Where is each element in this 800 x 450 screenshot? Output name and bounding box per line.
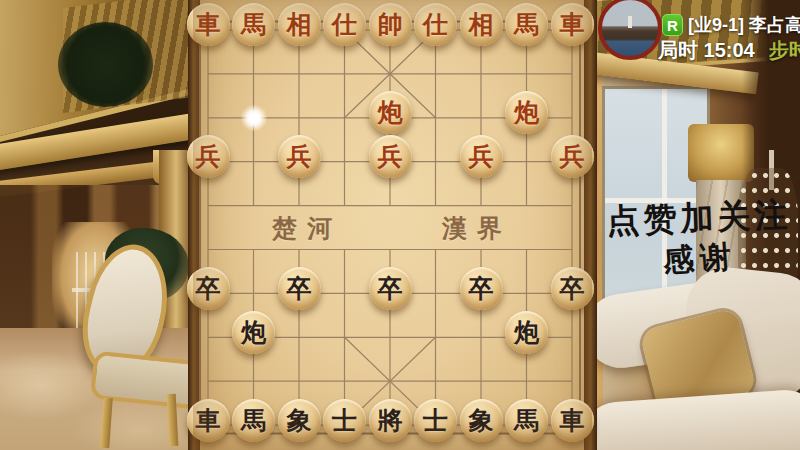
piece-glyph: 象 (469, 408, 494, 433)
screen: 楚河 漢界 車馬相仕帥仕相馬車炮炮兵兵兵兵兵卒卒卒卒卒炮炮車馬象士將士象馬車 R… (0, 0, 800, 450)
piece-glyph: 卒 (560, 276, 585, 301)
piece-glyph: 馬 (241, 408, 266, 433)
piece-glyph: 炮 (514, 100, 539, 125)
thanks-text: 感谢 (639, 234, 762, 284)
piece-glyph: 車 (560, 408, 585, 433)
piece-炮-red[interactable]: 炮 (505, 91, 548, 134)
piece-炮-black[interactable]: 炮 (505, 311, 548, 354)
piece-士-black[interactable]: 士 (323, 399, 366, 442)
piece-炮-black[interactable]: 炮 (232, 311, 275, 354)
background-left-palace (0, 0, 193, 450)
piece-glyph: 馬 (514, 408, 539, 433)
last-move-origin-marker (241, 105, 267, 131)
piece-卒-black[interactable]: 卒 (369, 267, 412, 310)
piece-兵-red[interactable]: 兵 (278, 135, 321, 178)
piece-glyph: 兵 (469, 144, 494, 169)
piece-glyph: 將 (378, 408, 403, 433)
piece-仕-red[interactable]: 仕 (323, 3, 366, 46)
move-time-label: 步时 (769, 39, 800, 61)
piece-帥-red[interactable]: 帥 (369, 3, 412, 46)
rank-tag: [业9-1] (688, 15, 744, 35)
piece-glyph: 炮 (241, 320, 266, 345)
piece-兵-red[interactable]: 兵 (460, 135, 503, 178)
piece-象-black[interactable]: 象 (278, 399, 321, 442)
piece-glyph: 馬 (514, 12, 539, 37)
piece-glyph: 卒 (287, 276, 312, 301)
piece-將-black[interactable]: 將 (369, 399, 412, 442)
piece-glyph: 炮 (514, 320, 539, 345)
piece-卒-black[interactable]: 卒 (278, 267, 321, 310)
piece-象-black[interactable]: 象 (460, 399, 503, 442)
timer-line: 局时 15:04步时 (658, 37, 800, 64)
game-time-label: 局时 (658, 39, 698, 61)
piece-仕-red[interactable]: 仕 (414, 3, 457, 46)
piece-glyph: 士 (423, 408, 448, 433)
piece-glyph: 車 (196, 408, 221, 433)
piece-相-red[interactable]: 相 (278, 3, 321, 46)
piece-glyph: 相 (287, 12, 312, 37)
piece-兵-red[interactable]: 兵 (369, 135, 412, 178)
piece-glyph: 卒 (196, 276, 221, 301)
piece-車-black[interactable]: 車 (551, 399, 594, 442)
avatar-lighthouse (628, 16, 632, 28)
piece-glyph: 馬 (241, 12, 266, 37)
piece-車-black[interactable]: 車 (187, 399, 230, 442)
piece-馬-black[interactable]: 馬 (232, 399, 275, 442)
piece-glyph: 兵 (378, 144, 403, 169)
piece-卒-black[interactable]: 卒 (551, 267, 594, 310)
piece-glyph: 帥 (378, 12, 403, 37)
piece-glyph: 車 (196, 12, 221, 37)
piece-glyph: 兵 (196, 144, 221, 169)
piece-士-black[interactable]: 士 (414, 399, 457, 442)
ceiling-plant (58, 22, 153, 107)
piece-glyph: 兵 (560, 144, 585, 169)
like-follow-text: 点赞加关注 (597, 192, 800, 244)
piece-馬-red[interactable]: 馬 (505, 3, 548, 46)
player-name: 李占高 (749, 15, 800, 35)
piece-車-red[interactable]: 車 (551, 3, 594, 46)
piece-馬-red[interactable]: 馬 (232, 3, 275, 46)
piece-grid: 車馬相仕帥仕相馬車炮炮兵兵兵兵兵卒卒卒卒卒炮炮車馬象士將士象馬車 (185, 8, 595, 447)
piece-glyph: 仕 (332, 12, 357, 37)
piece-glyph: 卒 (378, 276, 403, 301)
piece-馬-black[interactable]: 馬 (505, 399, 548, 442)
piece-卒-black[interactable]: 卒 (187, 267, 230, 310)
piece-glyph: 卒 (469, 276, 494, 301)
piece-炮-red[interactable]: 炮 (369, 91, 412, 134)
piece-車-red[interactable]: 車 (187, 3, 230, 46)
piece-glyph: 象 (287, 408, 312, 433)
piece-glyph: 兵 (287, 144, 312, 169)
piece-兵-red[interactable]: 兵 (187, 135, 230, 178)
rank-badge[interactable]: R (662, 14, 683, 36)
piece-glyph: 仕 (423, 12, 448, 37)
piece-卒-black[interactable]: 卒 (460, 267, 503, 310)
piece-glyph: 車 (560, 12, 585, 37)
game-time-value: 15:04 (704, 39, 755, 61)
piece-glyph: 士 (332, 408, 357, 433)
xiangqi-board[interactable]: 楚河 漢界 車馬相仕帥仕相馬車炮炮兵兵兵兵兵卒卒卒卒卒炮炮車馬象士將士象馬車 (193, 0, 592, 450)
player-name-line: [业9-1] 李占高 (688, 13, 800, 37)
piece-glyph: 相 (469, 12, 494, 37)
piece-兵-red[interactable]: 兵 (551, 135, 594, 178)
piece-glyph: 炮 (378, 100, 403, 125)
piece-相-red[interactable]: 相 (460, 3, 503, 46)
couch-seat-cushion (592, 388, 800, 450)
